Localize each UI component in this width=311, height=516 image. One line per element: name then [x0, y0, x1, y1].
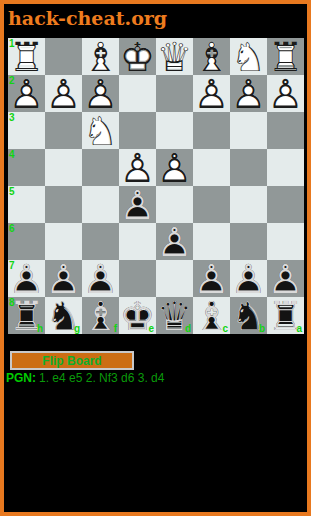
watermark-title: hack-cheat.org: [8, 7, 167, 29]
piece-white-pawn[interactable]: ♟♙: [45, 75, 82, 112]
file-label-f: f: [114, 323, 117, 334]
pgn-row: PGN:1. e4 e5 2. Nf3 d6 3. d4: [6, 371, 164, 385]
piece-glyph-outline: ♙: [45, 75, 82, 112]
piece-glyph-outline: ♙: [230, 260, 267, 297]
square-c7[interactable]: ♟♙: [193, 260, 230, 297]
square-e7[interactable]: [119, 260, 156, 297]
square-e2[interactable]: [119, 75, 156, 112]
square-c2[interactable]: ♟♙: [193, 75, 230, 112]
piece-white-queen[interactable]: ♛♕: [156, 38, 193, 75]
square-b4[interactable]: [230, 149, 267, 186]
piece-black-pawn[interactable]: ♟♙: [119, 186, 156, 223]
rank-label-7: 7: [9, 260, 15, 271]
square-c3[interactable]: [193, 112, 230, 149]
piece-glyph-outline: ♙: [119, 186, 156, 223]
square-g6[interactable]: [45, 223, 82, 260]
square-f8[interactable]: f♝♗: [82, 297, 119, 334]
square-c6[interactable]: [193, 223, 230, 260]
piece-glyph-outline: ♖: [267, 38, 304, 75]
square-f2[interactable]: ♟♙: [82, 75, 119, 112]
square-h6[interactable]: 6: [8, 223, 45, 260]
square-f5[interactable]: [82, 186, 119, 223]
square-c4[interactable]: [193, 149, 230, 186]
square-b8[interactable]: b♞♘: [230, 297, 267, 334]
square-g1[interactable]: [45, 38, 82, 75]
rank-label-6: 6: [9, 223, 15, 234]
square-a6[interactable]: [267, 223, 304, 260]
piece-white-bishop[interactable]: ♝♗: [193, 38, 230, 75]
piece-glyph-outline: ♗: [82, 38, 119, 75]
piece-glyph-outline: ♘: [230, 38, 267, 75]
square-g8[interactable]: g♞♘: [45, 297, 82, 334]
rank-label-5: 5: [9, 186, 15, 197]
rank-label-1: 1: [9, 38, 15, 49]
piece-white-knight[interactable]: ♞♘: [82, 112, 119, 149]
square-h2[interactable]: 2♟♙: [8, 75, 45, 112]
square-b7[interactable]: ♟♙: [230, 260, 267, 297]
square-f6[interactable]: [82, 223, 119, 260]
piece-white-bishop[interactable]: ♝♗: [82, 38, 119, 75]
piece-white-rook[interactable]: ♜♖: [267, 38, 304, 75]
piece-white-pawn[interactable]: ♟♙: [267, 75, 304, 112]
piece-black-pawn[interactable]: ♟♙: [156, 223, 193, 260]
piece-glyph-outline: ♙: [82, 260, 119, 297]
square-d7[interactable]: [156, 260, 193, 297]
file-label-e: e: [148, 323, 154, 334]
square-e1[interactable]: ♚♔: [119, 38, 156, 75]
piece-white-king[interactable]: ♚♔: [119, 38, 156, 75]
square-e3[interactable]: [119, 112, 156, 149]
rank-label-2: 2: [9, 75, 15, 86]
square-b2[interactable]: ♟♙: [230, 75, 267, 112]
piece-white-knight[interactable]: ♞♘: [230, 38, 267, 75]
piece-black-pawn[interactable]: ♟♙: [45, 260, 82, 297]
square-d4[interactable]: ♟♙: [156, 149, 193, 186]
square-h7[interactable]: 7♟♙: [8, 260, 45, 297]
square-a4[interactable]: [267, 149, 304, 186]
piece-glyph-outline: ♙: [156, 223, 193, 260]
rank-label-4: 4: [9, 149, 15, 160]
square-g3[interactable]: [45, 112, 82, 149]
square-e5[interactable]: ♟♙: [119, 186, 156, 223]
pgn-label: PGN:: [6, 371, 36, 385]
piece-white-pawn[interactable]: ♟♙: [230, 75, 267, 112]
app-window: { "page": { "watermark": "hack-cheat.org…: [0, 0, 311, 516]
square-a7[interactable]: ♟♙: [267, 260, 304, 297]
square-g7[interactable]: ♟♙: [45, 260, 82, 297]
file-label-h: h: [37, 323, 43, 334]
square-b6[interactable]: [230, 223, 267, 260]
square-d2[interactable]: [156, 75, 193, 112]
piece-white-pawn[interactable]: ♟♙: [156, 149, 193, 186]
flip-board-button[interactable]: Flip Board: [10, 351, 134, 370]
piece-white-pawn[interactable]: ♟♙: [82, 75, 119, 112]
square-b1[interactable]: ♞♘: [230, 38, 267, 75]
square-h4[interactable]: 4: [8, 149, 45, 186]
square-g2[interactable]: ♟♙: [45, 75, 82, 112]
piece-glyph-outline: ♙: [193, 260, 230, 297]
pgn-move-list: 1. e4 e5 2. Nf3 d6 3. d4: [39, 371, 164, 385]
square-f3[interactable]: ♞♘: [82, 112, 119, 149]
square-a1[interactable]: ♜♖: [267, 38, 304, 75]
square-e8[interactable]: e♚♔: [119, 297, 156, 334]
piece-glyph-outline: ♘: [82, 112, 119, 149]
square-e6[interactable]: [119, 223, 156, 260]
square-c8[interactable]: c♝♗: [193, 297, 230, 334]
piece-white-pawn[interactable]: ♟♙: [193, 75, 230, 112]
piece-glyph-outline: ♙: [119, 149, 156, 186]
square-f7[interactable]: ♟♙: [82, 260, 119, 297]
piece-glyph-outline: ♙: [230, 75, 267, 112]
square-c5[interactable]: [193, 186, 230, 223]
piece-black-pawn[interactable]: ♟♙: [230, 260, 267, 297]
square-a8[interactable]: a♜♖: [267, 297, 304, 334]
piece-glyph-outline: ♙: [82, 75, 119, 112]
chess-board: 1♜♖♝♗♚♔♛♕♝♗♞♘♜♖2♟♙♟♙♟♙♟♙♟♙♟♙3♞♘4♟♙♟♙5♟♙6…: [8, 38, 304, 334]
piece-white-pawn[interactable]: ♟♙: [119, 149, 156, 186]
file-label-g: g: [74, 323, 80, 334]
piece-glyph-outline: ♙: [267, 75, 304, 112]
file-label-a: a: [296, 323, 302, 334]
square-d3[interactable]: [156, 112, 193, 149]
file-label-c: c: [222, 323, 228, 334]
square-d1[interactable]: ♛♕: [156, 38, 193, 75]
piece-glyph-outline: ♙: [267, 260, 304, 297]
piece-black-pawn[interactable]: ♟♙: [82, 260, 119, 297]
piece-black-pawn[interactable]: ♟♙: [267, 260, 304, 297]
square-a2[interactable]: ♟♙: [267, 75, 304, 112]
piece-glyph-outline: ♙: [156, 149, 193, 186]
piece-black-pawn[interactable]: ♟♙: [193, 260, 230, 297]
square-a3[interactable]: [267, 112, 304, 149]
square-g5[interactable]: [45, 186, 82, 223]
rank-label-8: 8: [9, 297, 15, 308]
piece-glyph-outline: ♔: [119, 38, 156, 75]
piece-glyph-outline: ♗: [193, 38, 230, 75]
square-g4[interactable]: [45, 149, 82, 186]
piece-glyph-outline: ♙: [193, 75, 230, 112]
square-f4[interactable]: [82, 149, 119, 186]
square-d8[interactable]: d♛♕: [156, 297, 193, 334]
rank-label-3: 3: [9, 112, 15, 123]
square-h3[interactable]: 3: [8, 112, 45, 149]
square-d5[interactable]: [156, 186, 193, 223]
file-label-d: d: [185, 323, 191, 334]
square-b5[interactable]: [230, 186, 267, 223]
square-c1[interactable]: ♝♗: [193, 38, 230, 75]
square-h1[interactable]: 1♜♖: [8, 38, 45, 75]
square-e4[interactable]: ♟♙: [119, 149, 156, 186]
piece-glyph-outline: ♙: [45, 260, 82, 297]
square-h8[interactable]: 8h♜♖: [8, 297, 45, 334]
file-label-b: b: [259, 323, 265, 334]
square-d6[interactable]: ♟♙: [156, 223, 193, 260]
square-h5[interactable]: 5: [8, 186, 45, 223]
piece-glyph-outline: ♕: [156, 38, 193, 75]
square-a5[interactable]: [267, 186, 304, 223]
square-f1[interactable]: ♝♗: [82, 38, 119, 75]
square-b3[interactable]: [230, 112, 267, 149]
